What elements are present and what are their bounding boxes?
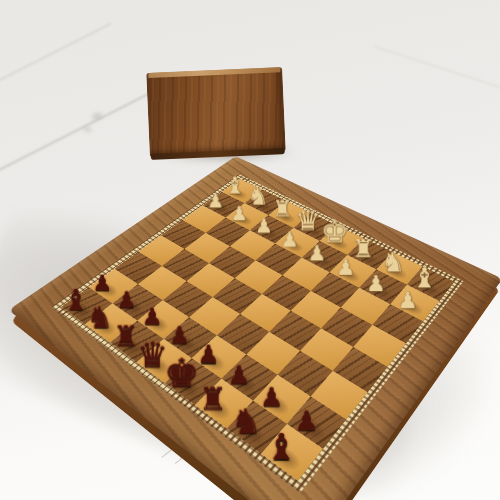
playing-field: ♝♞♜♛♚♜♞♝♟♟♟♟♟♟♟♟♟♟♟♟♟♟♟♟♝♞♜♛♚♜♞♝ (61, 179, 454, 481)
backdrop-crease (0, 23, 111, 84)
photo-scene: ♝♞♜♛♚♜♞♝♟♟♟♟♟♟♟♟♟♟♟♟♟♟♟♟♝♞♜♛♚♜♞♝ (0, 0, 500, 500)
backdrop-crease (374, 45, 500, 96)
piece-red-bishop[interactable]: ♝ (259, 431, 304, 464)
piece-white-pawn[interactable]: ♟ (358, 274, 393, 294)
piece-white-pawn[interactable]: ♟ (390, 290, 426, 311)
board-perspective-wrap: ♝♞♜♛♚♜♞♝♟♟♟♟♟♟♟♟♟♟♟♟♟♟♟♟♝♞♜♛♚♜♞♝ (86, 118, 438, 470)
